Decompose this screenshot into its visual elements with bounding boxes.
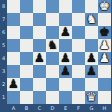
square-f2[interactable] (72, 78, 85, 91)
square-d4[interactable] (46, 52, 59, 65)
square-b3[interactable] (20, 65, 33, 78)
square-e8[interactable] (59, 0, 72, 13)
square-h8[interactable]: ♚ (98, 0, 111, 13)
square-f8[interactable] (72, 0, 85, 13)
square-g7[interactable]: ♞ (85, 13, 98, 26)
square-b5[interactable] (20, 39, 33, 52)
file-label-c: C (33, 104, 46, 112)
square-f7[interactable] (72, 13, 85, 26)
rank-label-2: 2 (0, 78, 7, 91)
white-pawn[interactable]: ♟ (99, 52, 110, 65)
square-c8[interactable] (33, 0, 46, 13)
rank-label-5: 5 (0, 39, 7, 52)
square-b6[interactable] (20, 26, 33, 39)
square-a8[interactable] (7, 0, 20, 13)
square-f5[interactable] (72, 39, 85, 52)
file-label-a: A (7, 104, 20, 112)
square-e3[interactable]: ♟ (59, 65, 72, 78)
square-h2[interactable] (98, 78, 111, 91)
square-h1[interactable] (98, 91, 111, 104)
black-pawn[interactable]: ♟ (86, 65, 97, 78)
square-c7[interactable] (33, 13, 46, 26)
white-knight[interactable]: ♞ (86, 13, 97, 26)
square-b7[interactable] (20, 13, 33, 26)
square-h3[interactable] (98, 65, 111, 78)
square-c4[interactable]: ♟ (33, 52, 46, 65)
square-f1[interactable] (72, 91, 85, 104)
square-f6[interactable] (72, 26, 85, 39)
square-b8[interactable] (20, 0, 33, 13)
square-a7[interactable] (7, 13, 20, 26)
rank-label-1: 1 (0, 91, 7, 104)
square-a4[interactable] (7, 52, 20, 65)
square-e6[interactable]: ♟ (59, 26, 72, 39)
square-b2[interactable] (20, 78, 33, 91)
square-d8[interactable] (46, 0, 59, 13)
square-c6[interactable] (33, 26, 46, 39)
square-a6[interactable] (7, 26, 20, 39)
square-a5[interactable] (7, 39, 20, 52)
square-e1[interactable] (59, 91, 72, 104)
square-f4[interactable] (72, 52, 85, 65)
square-g1[interactable]: ♛ (85, 91, 98, 104)
file-label-f: F (72, 104, 85, 112)
file-label-h: H (98, 104, 111, 112)
chess-board: 8♚7♞6♟♚5♞♟4♟♟♟♟3♟♟2♟1♛ABCDEFGH (0, 0, 112, 112)
file-label-e: E (59, 104, 72, 112)
square-b1[interactable] (20, 91, 33, 104)
black-knight[interactable]: ♞ (47, 39, 58, 52)
chess-app: 8♚7♞6♟♚5♞♟4♟♟♟♟3♟♟2♟1♛ABCDEFGH (0, 0, 112, 112)
rank-label-7: 7 (0, 13, 7, 26)
white-king[interactable]: ♚ (99, 0, 110, 13)
square-d7[interactable] (46, 13, 59, 26)
square-f3[interactable] (72, 65, 85, 78)
frame-corner (0, 104, 7, 112)
square-c3[interactable] (33, 65, 46, 78)
file-label-d: D (46, 104, 59, 112)
black-pawn[interactable]: ♟ (60, 26, 71, 39)
white-queen[interactable]: ♛ (86, 91, 97, 104)
black-pawn[interactable]: ♟ (8, 78, 19, 91)
square-g6[interactable] (85, 26, 98, 39)
square-d5[interactable]: ♞ (46, 39, 59, 52)
square-h4[interactable]: ♟ (98, 52, 111, 65)
square-d2[interactable] (46, 78, 59, 91)
square-e2[interactable] (59, 78, 72, 91)
rank-label-8: 8 (0, 0, 7, 13)
square-a1[interactable] (7, 91, 20, 104)
file-label-g: G (85, 104, 98, 112)
square-d1[interactable] (46, 91, 59, 104)
rank-label-6: 6 (0, 26, 7, 39)
square-b4[interactable] (20, 52, 33, 65)
black-pawn[interactable]: ♟ (34, 52, 45, 65)
square-c2[interactable] (33, 78, 46, 91)
square-c1[interactable] (33, 91, 46, 104)
file-label-b: B (20, 104, 33, 112)
rank-label-3: 3 (0, 65, 7, 78)
square-a2[interactable]: ♟ (7, 78, 20, 91)
square-g3[interactable]: ♟ (85, 65, 98, 78)
square-d3[interactable] (46, 65, 59, 78)
black-pawn[interactable]: ♟ (60, 65, 71, 78)
rank-label-4: 4 (0, 52, 7, 65)
